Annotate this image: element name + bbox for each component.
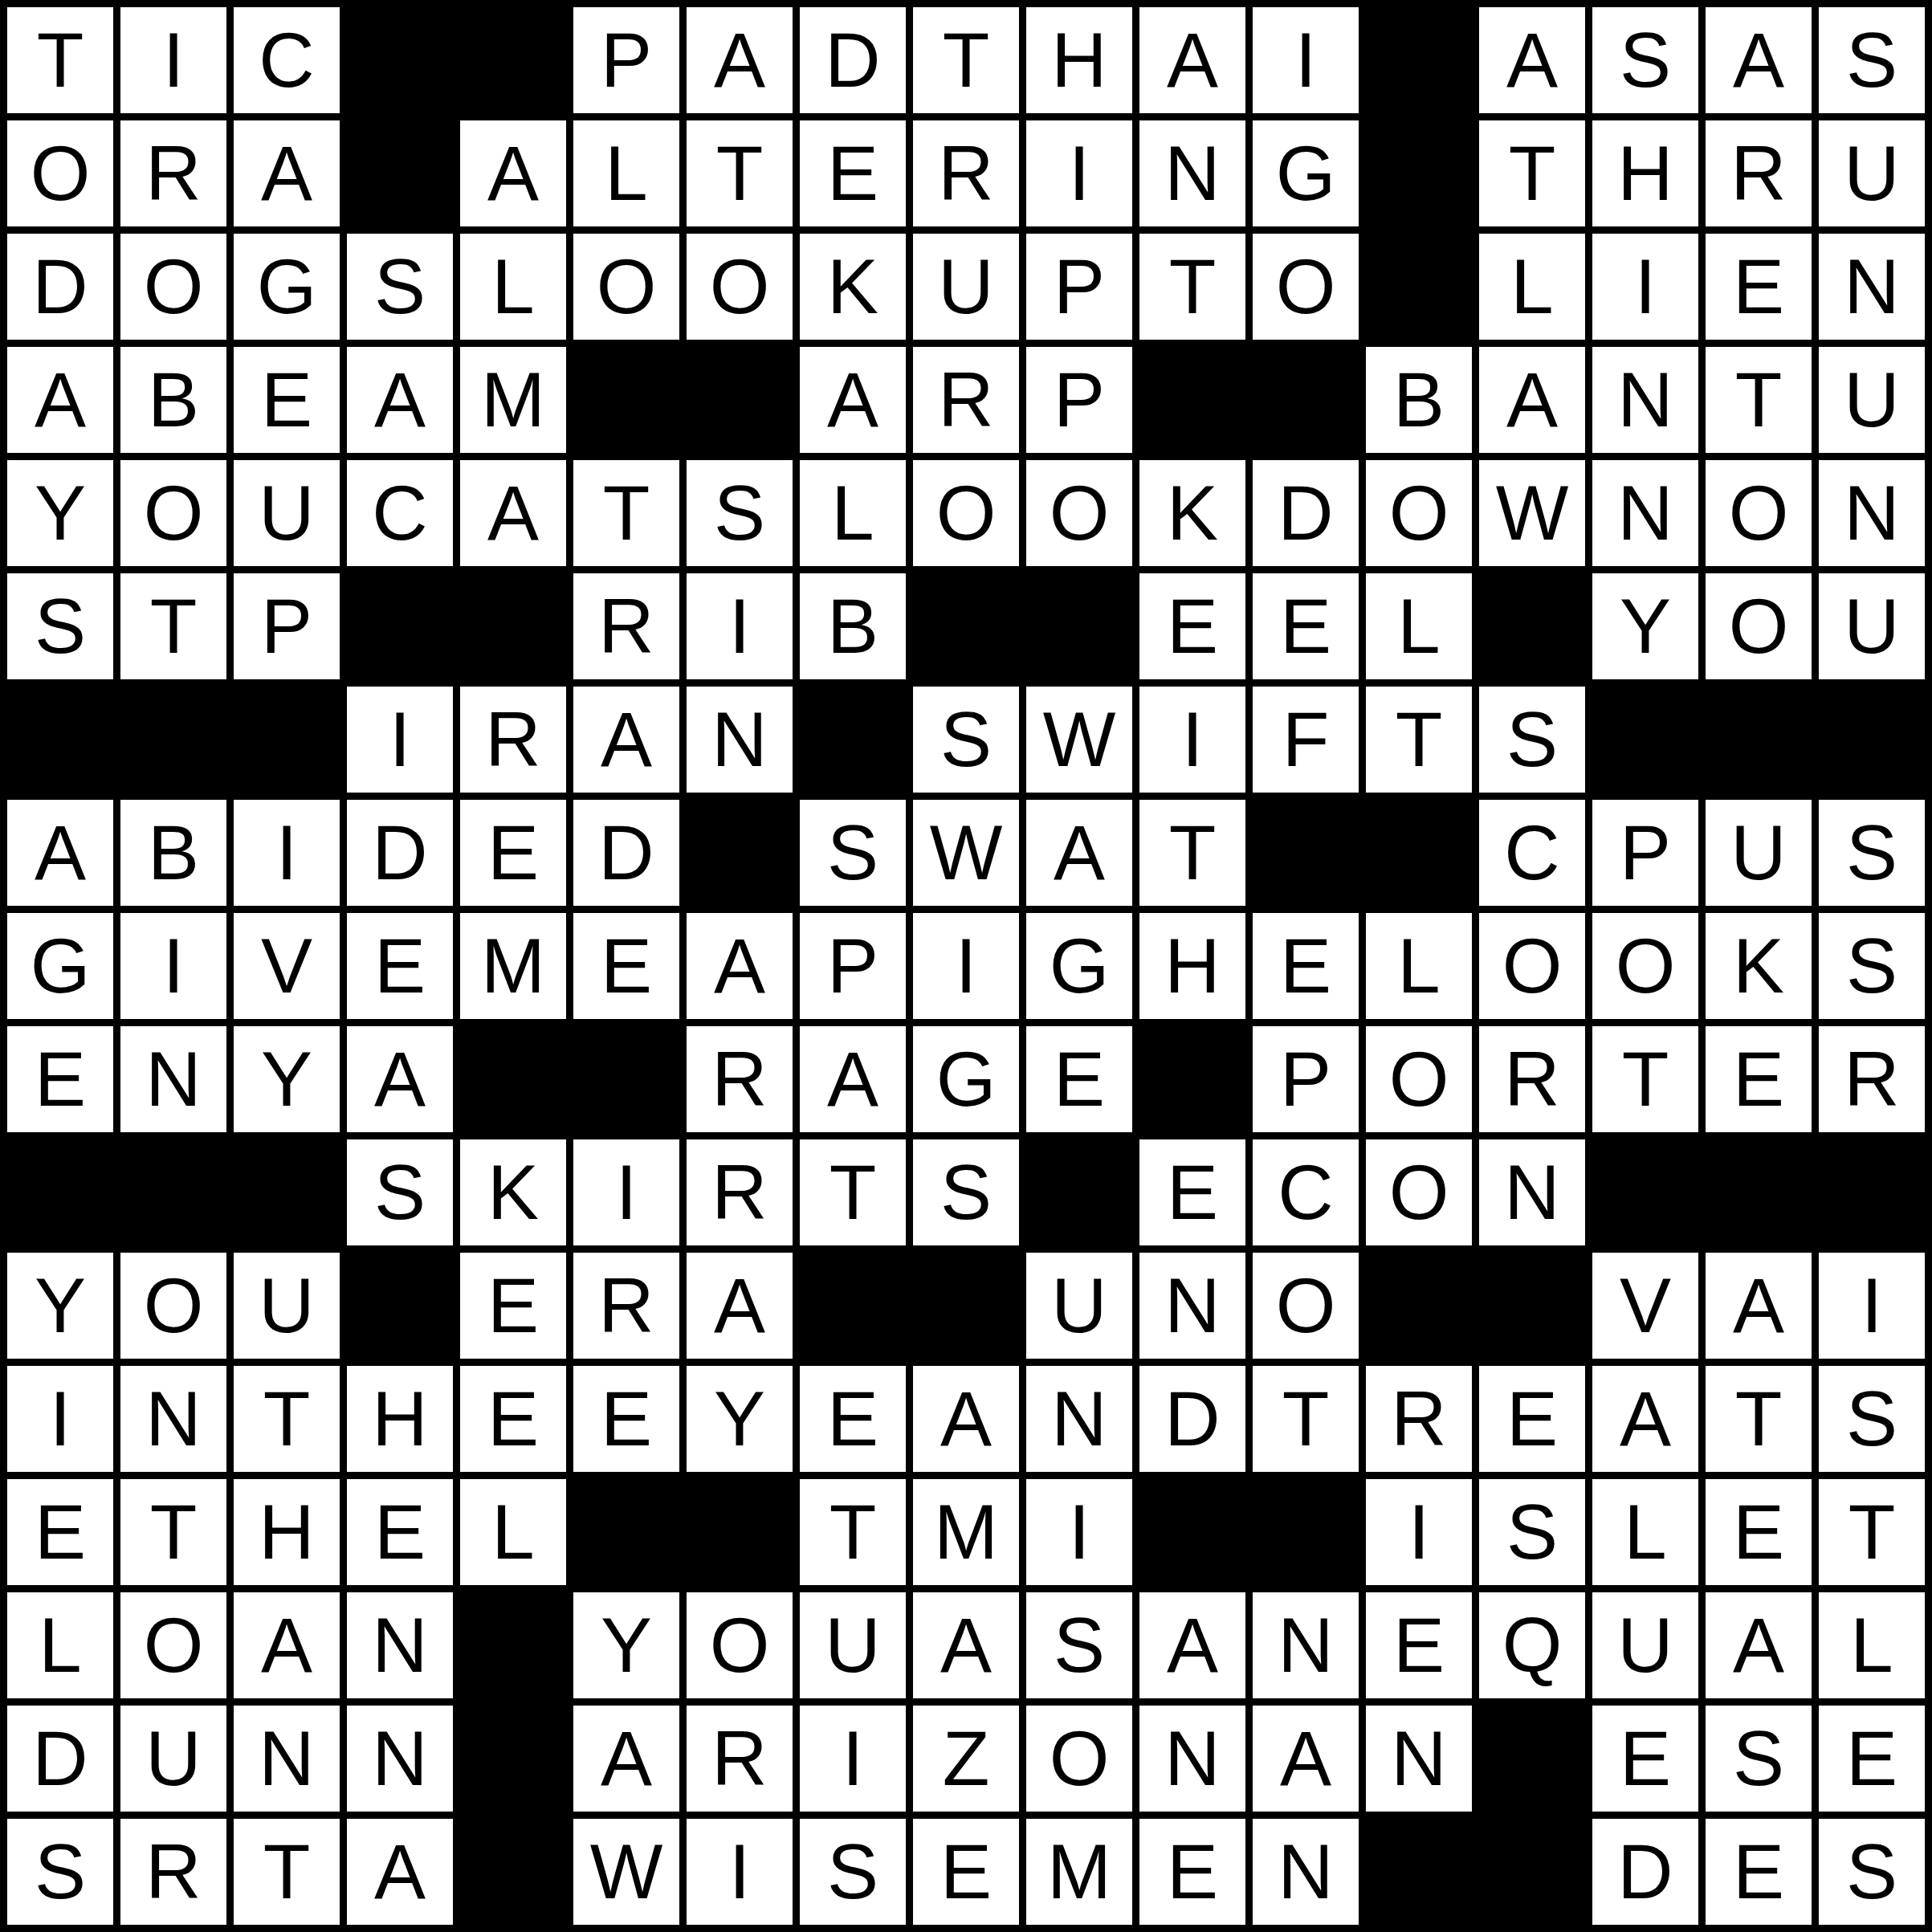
letter-cell[interactable]: N: [1139, 1706, 1245, 1812]
letter-cell[interactable]: W: [1026, 687, 1132, 793]
letter-cell[interactable]: W: [1479, 460, 1585, 566]
letter-cell[interactable]: N: [1592, 347, 1698, 453]
letter-cell[interactable]: N: [1139, 1253, 1245, 1359]
letter-cell[interactable]: M: [913, 1479, 1019, 1585]
letter-cell[interactable]: L: [1366, 913, 1472, 1019]
block-cell: [1479, 1706, 1585, 1812]
block-cell: [234, 1139, 340, 1245]
letter-cell[interactable]: T: [120, 1479, 226, 1585]
letter-cell[interactable]: R: [120, 120, 226, 226]
block-cell: [1139, 347, 1245, 453]
letter-cell[interactable]: T: [1139, 800, 1245, 906]
block-cell: [7, 1139, 113, 1245]
letter-cell[interactable]: E: [573, 1366, 679, 1472]
letter-cell[interactable]: O: [1706, 460, 1812, 566]
letter-cell[interactable]: T: [1253, 1366, 1359, 1472]
letter-cell[interactable]: Y: [7, 460, 113, 566]
letter-cell[interactable]: U: [1026, 1253, 1132, 1359]
letter-cell[interactable]: N: [347, 1706, 453, 1812]
letter-cell[interactable]: R: [1706, 120, 1812, 226]
letter-cell[interactable]: E: [573, 913, 679, 1019]
letter-cell[interactable]: L: [7, 1592, 113, 1698]
letter-cell[interactable]: H: [1026, 7, 1132, 113]
letter-cell[interactable]: R: [1366, 1366, 1472, 1472]
block-cell: [687, 800, 793, 906]
letter-cell[interactable]: Y: [573, 1592, 679, 1698]
letter-cell[interactable]: E: [1706, 234, 1812, 340]
letter-cell[interactable]: A: [347, 1026, 453, 1132]
letter-cell[interactable]: I: [120, 913, 226, 1019]
letter-cell[interactable]: A: [1253, 1706, 1359, 1812]
letter-cell[interactable]: E: [460, 1366, 566, 1472]
letter-cell[interactable]: I: [1139, 687, 1245, 793]
letter-cell[interactable]: I: [1253, 7, 1359, 113]
block-cell: [347, 7, 453, 113]
letter-cell[interactable]: T: [800, 1139, 906, 1245]
letter-cell[interactable]: P: [1026, 347, 1132, 453]
letter-cell[interactable]: U: [800, 1592, 906, 1698]
letter-cell[interactable]: O: [7, 120, 113, 226]
letter-cell[interactable]: N: [120, 1026, 226, 1132]
letter-cell[interactable]: A: [347, 347, 453, 453]
block-cell: [1253, 800, 1359, 906]
letter-cell[interactable]: O: [1026, 460, 1132, 566]
letter-cell[interactable]: S: [1026, 1592, 1132, 1698]
letter-cell[interactable]: E: [913, 1819, 1019, 1925]
letter-cell[interactable]: N: [1819, 234, 1925, 340]
letter-cell[interactable]: T: [120, 573, 226, 679]
letter-cell[interactable]: R: [573, 1253, 679, 1359]
letter-cell[interactable]: L: [1819, 1592, 1925, 1698]
letter-cell[interactable]: L: [1479, 234, 1585, 340]
block-cell: [120, 687, 226, 793]
block-cell: [1253, 347, 1359, 453]
letter-cell[interactable]: A: [800, 1026, 906, 1132]
letter-cell[interactable]: T: [573, 460, 679, 566]
block-cell: [573, 1479, 679, 1585]
block-cell: [913, 1253, 1019, 1359]
letter-cell[interactable]: R: [460, 687, 566, 793]
letter-cell[interactable]: O: [1253, 1253, 1359, 1359]
letter-cell[interactable]: L: [1592, 1479, 1698, 1585]
letter-cell[interactable]: Y: [1592, 573, 1698, 679]
letter-cell[interactable]: I: [347, 687, 453, 793]
letter-cell[interactable]: E: [1366, 1592, 1472, 1698]
letter-cell[interactable]: N: [1592, 460, 1698, 566]
block-cell: [1706, 1139, 1812, 1245]
letter-cell[interactable]: C: [1253, 1139, 1359, 1245]
letter-cell[interactable]: I: [120, 7, 226, 113]
block-cell: [1026, 573, 1132, 679]
letter-cell[interactable]: N: [1253, 1592, 1359, 1698]
block-cell: [1819, 1139, 1925, 1245]
letter-cell[interactable]: D: [1139, 1366, 1245, 1472]
letter-cell[interactable]: N: [1366, 1706, 1472, 1812]
letter-cell[interactable]: O: [120, 460, 226, 566]
letter-cell[interactable]: A: [460, 120, 566, 226]
letter-cell[interactable]: R: [1819, 1026, 1925, 1132]
letter-cell[interactable]: C: [347, 460, 453, 566]
letter-cell[interactable]: R: [913, 120, 1019, 226]
letter-cell[interactable]: O: [1366, 1139, 1472, 1245]
letter-cell[interactable]: O: [1366, 1026, 1472, 1132]
letter-cell[interactable]: T: [234, 1819, 340, 1925]
letter-cell[interactable]: W: [573, 1819, 679, 1925]
block-cell: [1366, 800, 1472, 906]
letter-cell[interactable]: A: [573, 687, 679, 793]
letter-cell[interactable]: E: [1139, 1819, 1245, 1925]
letter-cell[interactable]: I: [7, 1366, 113, 1472]
letter-cell[interactable]: A: [913, 1366, 1019, 1472]
block-cell: [460, 7, 566, 113]
letter-cell[interactable]: S: [7, 573, 113, 679]
block-cell: [1366, 1819, 1472, 1925]
letter-cell[interactable]: N: [1479, 1139, 1585, 1245]
letter-cell[interactable]: A: [1479, 347, 1585, 453]
letter-cell[interactable]: M: [460, 347, 566, 453]
letter-cell[interactable]: E: [1026, 1026, 1132, 1132]
letter-cell[interactable]: E: [1139, 573, 1245, 679]
letter-cell[interactable]: O: [120, 234, 226, 340]
letter-cell[interactable]: A: [234, 1592, 340, 1698]
letter-cell[interactable]: N: [234, 1706, 340, 1812]
block-cell: [460, 1706, 566, 1812]
letter-cell[interactable]: L: [1366, 573, 1472, 679]
letter-cell[interactable]: S: [1819, 800, 1925, 906]
letter-cell[interactable]: S: [1592, 7, 1698, 113]
letter-cell[interactable]: S: [913, 687, 1019, 793]
letter-cell[interactable]: V: [1592, 1253, 1698, 1359]
letter-cell[interactable]: E: [1253, 913, 1359, 1019]
block-cell: [1366, 234, 1472, 340]
letter-cell[interactable]: E: [460, 1253, 566, 1359]
letter-cell[interactable]: S: [347, 234, 453, 340]
letter-cell[interactable]: B: [120, 800, 226, 906]
letter-cell[interactable]: A: [687, 1253, 793, 1359]
letter-cell[interactable]: L: [800, 460, 906, 566]
letter-cell[interactable]: A: [1026, 800, 1132, 906]
letter-cell[interactable]: A: [1139, 7, 1245, 113]
letter-cell[interactable]: E: [800, 120, 906, 226]
letter-cell[interactable]: O: [913, 460, 1019, 566]
letter-cell[interactable]: I: [1592, 234, 1698, 340]
letter-cell[interactable]: A: [1479, 7, 1585, 113]
block-cell: [687, 1479, 793, 1585]
letter-cell[interactable]: R: [120, 1819, 226, 1925]
letter-cell[interactable]: I: [234, 800, 340, 906]
letter-cell[interactable]: V: [234, 913, 340, 1019]
block-cell: [347, 120, 453, 226]
letter-cell[interactable]: U: [234, 1253, 340, 1359]
block-cell: [120, 1139, 226, 1245]
letter-cell[interactable]: I: [687, 1819, 793, 1925]
block-cell: [1139, 1026, 1245, 1132]
letter-cell[interactable]: U: [913, 234, 1019, 340]
letter-cell[interactable]: S: [1479, 1479, 1585, 1585]
letter-cell[interactable]: E: [460, 800, 566, 906]
letter-cell[interactable]: D: [573, 800, 679, 906]
letter-cell[interactable]: A: [460, 460, 566, 566]
letter-cell[interactable]: Y: [687, 1366, 793, 1472]
letter-cell[interactable]: A: [573, 1706, 679, 1812]
letter-cell[interactable]: H: [1139, 913, 1245, 1019]
letter-cell[interactable]: E: [1706, 1479, 1812, 1585]
letter-cell[interactable]: L: [573, 120, 679, 226]
block-cell: [1026, 1139, 1132, 1245]
letter-cell[interactable]: C: [1479, 800, 1585, 906]
block-cell: [1366, 1253, 1472, 1359]
letter-cell[interactable]: G: [1026, 913, 1132, 1019]
letter-cell[interactable]: A: [1139, 1592, 1245, 1698]
letter-cell[interactable]: D: [347, 800, 453, 906]
block-cell: [347, 1253, 453, 1359]
letter-cell[interactable]: G: [234, 234, 340, 340]
letter-cell[interactable]: T: [800, 1479, 906, 1585]
letter-cell[interactable]: N: [347, 1592, 453, 1698]
letter-cell[interactable]: O: [1592, 913, 1698, 1019]
letter-cell[interactable]: E: [1819, 1706, 1925, 1812]
letter-cell[interactable]: O: [1253, 234, 1359, 340]
letter-cell[interactable]: P: [1253, 1026, 1359, 1132]
letter-cell[interactable]: T: [1706, 347, 1812, 453]
letter-cell[interactable]: K: [1706, 913, 1812, 1019]
letter-cell[interactable]: A: [234, 120, 340, 226]
letter-cell[interactable]: E: [347, 1479, 453, 1585]
block-cell: [1253, 1479, 1359, 1585]
letter-cell[interactable]: P: [1592, 800, 1698, 906]
letter-cell[interactable]: G: [1253, 120, 1359, 226]
block-cell: [1366, 7, 1472, 113]
letter-cell[interactable]: S: [7, 1819, 113, 1925]
block-cell: [1706, 687, 1812, 793]
block-cell: [1139, 1479, 1245, 1585]
letter-cell[interactable]: I: [913, 913, 1019, 1019]
letter-cell[interactable]: P: [1026, 234, 1132, 340]
block-cell: [1479, 1819, 1585, 1925]
letter-cell[interactable]: W: [913, 800, 1019, 906]
letter-cell[interactable]: M: [1026, 1819, 1132, 1925]
block-cell: [460, 1026, 566, 1132]
block-cell: [1366, 120, 1472, 226]
letter-cell[interactable]: P: [573, 7, 679, 113]
letter-cell[interactable]: T: [1706, 1366, 1812, 1472]
letter-cell[interactable]: L: [460, 1479, 566, 1585]
letter-cell[interactable]: O: [120, 1253, 226, 1359]
letter-cell[interactable]: F: [1253, 687, 1359, 793]
letter-cell[interactable]: I: [1026, 120, 1132, 226]
letter-cell[interactable]: B: [1366, 347, 1472, 453]
letter-cell[interactable]: N: [1253, 1819, 1359, 1925]
letter-cell[interactable]: R: [1479, 1026, 1585, 1132]
letter-cell[interactable]: A: [1592, 1366, 1698, 1472]
letter-cell[interactable]: U: [234, 460, 340, 566]
block-cell: [687, 347, 793, 453]
letter-cell[interactable]: D: [7, 1706, 113, 1812]
letter-cell[interactable]: N: [120, 1366, 226, 1472]
letter-cell[interactable]: I: [800, 1706, 906, 1812]
letter-cell[interactable]: T: [1819, 1479, 1925, 1585]
letter-cell[interactable]: O: [1479, 913, 1585, 1019]
letter-cell[interactable]: I: [573, 1139, 679, 1245]
letter-cell[interactable]: H: [234, 1479, 340, 1585]
block-cell: [1819, 687, 1925, 793]
letter-cell[interactable]: G: [913, 1026, 1019, 1132]
letter-cell[interactable]: I: [1026, 1479, 1132, 1585]
letter-cell[interactable]: A: [687, 913, 793, 1019]
block-cell: [913, 573, 1019, 679]
letter-cell[interactable]: E: [347, 913, 453, 1019]
letter-cell[interactable]: S: [347, 1139, 453, 1245]
block-cell: [460, 573, 566, 679]
block-cell: [1479, 573, 1585, 679]
letter-cell[interactable]: R: [687, 1026, 793, 1132]
letter-cell[interactable]: I: [687, 573, 793, 679]
letter-cell[interactable]: M: [460, 913, 566, 1019]
letter-cell[interactable]: P: [800, 913, 906, 1019]
letter-cell[interactable]: O: [1366, 460, 1472, 566]
letter-cell[interactable]: I: [1366, 1479, 1472, 1585]
letter-cell[interactable]: S: [1819, 7, 1925, 113]
letter-cell[interactable]: T: [1592, 1026, 1698, 1132]
block-cell: [573, 347, 679, 453]
letter-cell[interactable]: Q: [1479, 1592, 1585, 1698]
letter-cell[interactable]: S: [800, 800, 906, 906]
letter-cell[interactable]: N: [1819, 460, 1925, 566]
letter-cell[interactable]: A: [1706, 1592, 1812, 1698]
letter-cell[interactable]: E: [1592, 1706, 1698, 1812]
letter-cell[interactable]: O: [120, 1592, 226, 1698]
letter-cell[interactable]: O: [1026, 1706, 1132, 1812]
block-cell: [800, 687, 906, 793]
letter-cell[interactable]: U: [1592, 1592, 1698, 1698]
letter-cell[interactable]: R: [913, 347, 1019, 453]
block-cell: [1592, 687, 1698, 793]
letter-cell[interactable]: E: [1706, 1819, 1812, 1925]
letter-cell[interactable]: E: [7, 1479, 113, 1585]
letter-cell[interactable]: T: [687, 120, 793, 226]
letter-cell[interactable]: L: [460, 234, 566, 340]
letter-cell[interactable]: S: [800, 1819, 906, 1925]
letter-cell[interactable]: N: [1026, 1366, 1132, 1472]
letter-cell[interactable]: T: [1366, 687, 1472, 793]
letter-cell[interactable]: H: [1592, 120, 1698, 226]
block-cell: [800, 1253, 906, 1359]
letter-cell[interactable]: U: [1706, 800, 1812, 906]
letter-cell[interactable]: E: [1139, 1139, 1245, 1245]
letter-cell[interactable]: A: [7, 800, 113, 906]
letter-cell[interactable]: T: [7, 7, 113, 113]
letter-cell[interactable]: A: [1706, 7, 1812, 113]
letter-cell[interactable]: T: [1479, 120, 1585, 226]
letter-cell[interactable]: E: [1479, 1366, 1585, 1472]
letter-cell[interactable]: O: [687, 234, 793, 340]
letter-cell[interactable]: U: [1819, 120, 1925, 226]
letter-cell[interactable]: S: [1819, 913, 1925, 1019]
letter-cell[interactable]: T: [1139, 234, 1245, 340]
letter-cell[interactable]: R: [573, 573, 679, 679]
letter-cell[interactable]: E: [7, 1026, 113, 1132]
letter-cell[interactable]: K: [1139, 460, 1245, 566]
letter-cell[interactable]: R: [687, 1139, 793, 1245]
crossword-board: TICPADTHAIASASORAALTERINGTHRUDOGSLOOKUPT…: [0, 0, 1932, 1932]
block-cell: [7, 687, 113, 793]
letter-cell[interactable]: B: [120, 347, 226, 453]
letter-cell[interactable]: P: [234, 573, 340, 679]
letter-cell[interactable]: Z: [913, 1706, 1019, 1812]
letter-cell[interactable]: E: [1253, 573, 1359, 679]
block-cell: [234, 687, 340, 793]
letter-cell[interactable]: D: [1592, 1819, 1698, 1925]
block-cell: [573, 1026, 679, 1132]
letter-cell[interactable]: R: [687, 1706, 793, 1812]
letter-cell[interactable]: D: [7, 234, 113, 340]
letter-cell[interactable]: H: [347, 1366, 453, 1472]
letter-cell[interactable]: B: [800, 573, 906, 679]
letter-cell[interactable]: O: [687, 1592, 793, 1698]
letter-cell[interactable]: K: [460, 1139, 566, 1245]
letter-cell[interactable]: A: [913, 1592, 1019, 1698]
letter-cell[interactable]: E: [234, 347, 340, 453]
letter-cell[interactable]: Y: [7, 1253, 113, 1359]
letter-cell[interactable]: S: [913, 1139, 1019, 1245]
letter-cell[interactable]: S: [1819, 1819, 1925, 1925]
letter-cell[interactable]: S: [1706, 1706, 1812, 1812]
block-cell: [460, 1592, 566, 1698]
letter-cell[interactable]: U: [120, 1706, 226, 1812]
letter-cell[interactable]: D: [800, 7, 906, 113]
block-cell: [1592, 1139, 1698, 1245]
letter-cell[interactable]: A: [347, 1819, 453, 1925]
letter-cell[interactable]: K: [800, 234, 906, 340]
letter-cell[interactable]: O: [1706, 573, 1812, 679]
block-cell: [460, 1819, 566, 1925]
letter-cell[interactable]: A: [1706, 1253, 1812, 1359]
letter-cell[interactable]: E: [800, 1366, 906, 1472]
letter-cell[interactable]: I: [1819, 1253, 1925, 1359]
letter-cell[interactable]: T: [913, 7, 1019, 113]
letter-cell[interactable]: S: [1819, 1366, 1925, 1472]
block-cell: [1479, 1253, 1585, 1359]
letter-cell[interactable]: N: [1139, 120, 1245, 226]
letter-cell[interactable]: Y: [234, 1026, 340, 1132]
letter-cell[interactable]: A: [800, 347, 906, 453]
letter-cell[interactable]: S: [1479, 687, 1585, 793]
letter-cell[interactable]: U: [1819, 347, 1925, 453]
letter-cell[interactable]: A: [7, 347, 113, 453]
letter-cell[interactable]: T: [234, 1366, 340, 1472]
letter-cell[interactable]: E: [1706, 1026, 1812, 1132]
letter-cell[interactable]: U: [1819, 573, 1925, 679]
letter-cell[interactable]: D: [1253, 460, 1359, 566]
letter-cell[interactable]: S: [687, 460, 793, 566]
block-cell: [347, 573, 453, 679]
letter-cell[interactable]: O: [573, 234, 679, 340]
letter-cell[interactable]: G: [7, 913, 113, 1019]
letter-cell[interactable]: C: [234, 7, 340, 113]
letter-cell[interactable]: N: [687, 687, 793, 793]
letter-cell[interactable]: A: [687, 7, 793, 113]
